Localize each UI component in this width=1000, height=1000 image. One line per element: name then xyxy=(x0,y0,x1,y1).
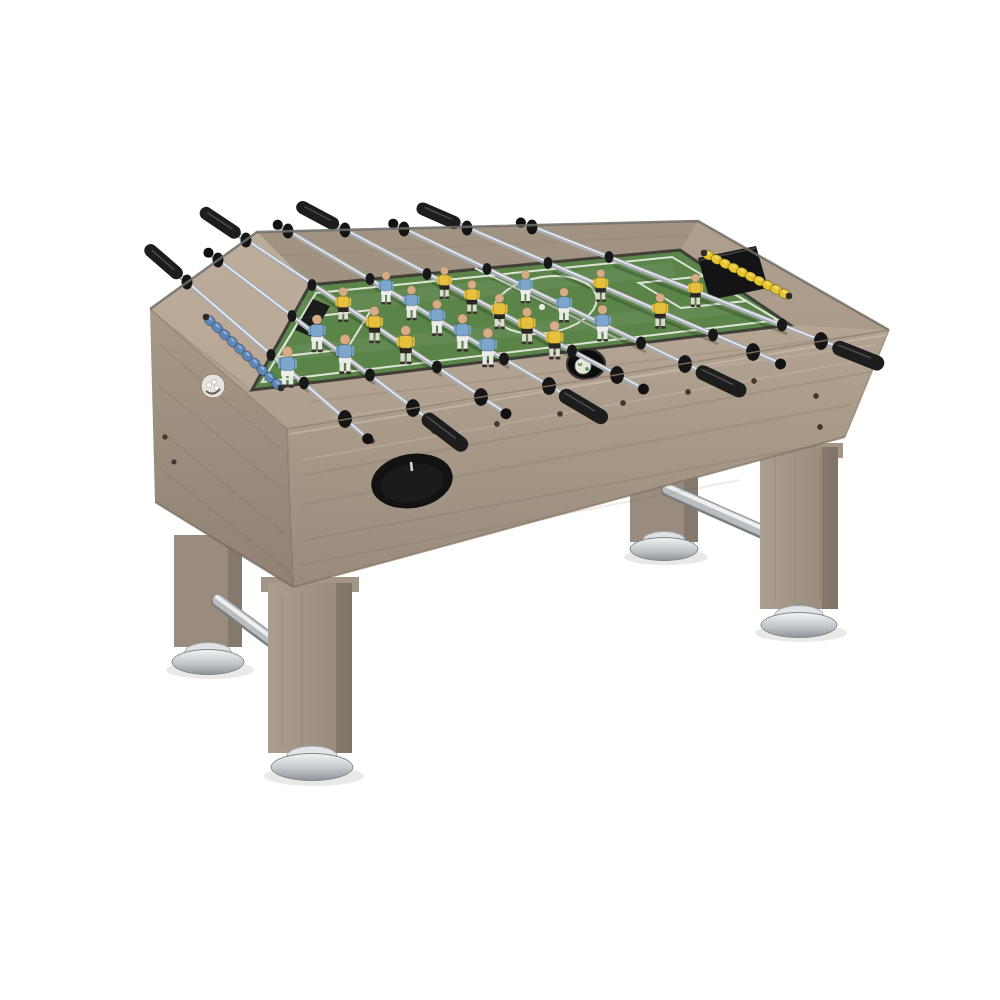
rod-grip xyxy=(423,209,454,223)
chrome-foot-base xyxy=(630,538,698,561)
leg-front-left xyxy=(261,577,359,781)
rod-end-cap xyxy=(362,433,373,444)
rod-end-cap xyxy=(775,358,786,369)
brand-badge xyxy=(201,374,225,398)
rod-end-cap xyxy=(203,248,213,258)
foosball-table-photo xyxy=(0,0,1000,1000)
rod-end-cap xyxy=(500,408,511,419)
chrome-foot-base xyxy=(761,613,837,638)
chrome-foot-base xyxy=(172,650,244,675)
product-photo-canvas: foosball (table football) xyxy=(0,0,1000,1000)
rod-end-cap xyxy=(638,384,649,395)
ball-return-mark xyxy=(411,462,412,471)
rod-grip xyxy=(206,213,234,232)
chrome-foot-base xyxy=(271,754,353,781)
ball-highlight xyxy=(578,360,581,363)
rod-grip xyxy=(151,251,177,273)
rod-grip xyxy=(303,207,333,223)
ball-pattern xyxy=(585,367,589,371)
leg-front-right xyxy=(755,443,843,638)
centre-spot xyxy=(539,304,545,310)
rod-end-cap xyxy=(273,220,283,230)
